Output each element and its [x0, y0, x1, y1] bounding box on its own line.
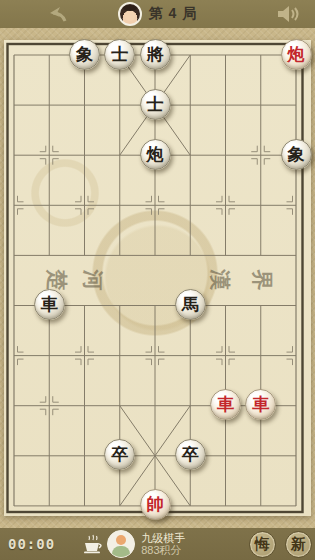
opponent-avatar[interactable] — [118, 2, 142, 26]
xiangqi-board[interactable]: 楚河漢界 象士將炮士炮象車馬車車卒卒帥 — [0, 28, 315, 528]
piece-black-1-5[interactable]: 車 — [34, 289, 65, 320]
player-score: 883积分 — [141, 544, 185, 556]
piece-red-6-7[interactable]: 車 — [210, 389, 241, 420]
avatar-body — [112, 546, 130, 558]
piece-black-2-0[interactable]: 象 — [69, 39, 100, 70]
piece-black-5-8[interactable]: 卒 — [175, 439, 206, 470]
action-buttons: 悔 新 — [249, 531, 312, 558]
piece-black-8-2[interactable]: 象 — [281, 139, 312, 170]
speaker-icon[interactable] — [275, 5, 303, 23]
piece-black-4-0[interactable]: 將 — [140, 39, 171, 70]
bottom-bar: 00:00 九级棋手 883积分 悔 新 — [0, 528, 315, 560]
player-level: 九级棋手 — [141, 532, 185, 544]
avatar-head — [116, 535, 126, 545]
piece-layer: 象士將炮士炮象車馬車車卒卒帥 — [0, 28, 315, 528]
undo-button[interactable]: 悔 — [249, 531, 276, 558]
piece-black-4-1[interactable]: 士 — [140, 89, 171, 120]
player-avatar[interactable] — [107, 530, 135, 558]
teacup-icon[interactable] — [81, 534, 103, 554]
header-title-group: 第 4 局 — [0, 0, 315, 28]
piece-red-4-9[interactable]: 帥 — [140, 489, 171, 520]
new-game-button[interactable]: 新 — [285, 531, 312, 558]
piece-red-8-0[interactable]: 炮 — [281, 39, 312, 70]
top-bar: 第 4 局 — [0, 0, 315, 28]
player-info: 九级棋手 883积分 — [141, 532, 185, 556]
piece-black-4-2[interactable]: 炮 — [140, 139, 171, 170]
piece-black-5-5[interactable]: 馬 — [175, 289, 206, 320]
piece-black-3-0[interactable]: 士 — [104, 39, 135, 70]
piece-black-3-8[interactable]: 卒 — [104, 439, 135, 470]
page-title: 第 4 局 — [149, 5, 198, 23]
piece-red-7-7[interactable]: 車 — [245, 389, 276, 420]
move-timer: 00:00 — [8, 536, 55, 552]
